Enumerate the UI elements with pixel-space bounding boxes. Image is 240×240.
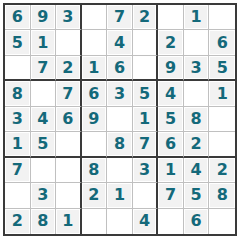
cell-r8c5[interactable]: 1 [107, 183, 133, 208]
cell-r2c5[interactable]: 4 [107, 30, 133, 55]
cell-r1c6[interactable]: 2 [133, 5, 159, 30]
given-digit: 4 [37, 111, 48, 127]
cell-r7c8[interactable]: 4 [184, 158, 210, 183]
given-digit: 9 [37, 9, 48, 25]
cell-r8c2[interactable]: 3 [31, 183, 57, 208]
cell-r9c5[interactable] [107, 209, 133, 234]
cell-r4c4[interactable]: 6 [82, 81, 108, 106]
given-digit: 3 [191, 60, 202, 76]
given-digit: 2 [88, 187, 99, 203]
given-digit: 2 [12, 213, 23, 229]
cell-r4c2[interactable] [31, 81, 57, 106]
cell-r3c1[interactable] [5, 56, 31, 81]
cell-r5c9[interactable] [209, 107, 235, 132]
given-digit: 3 [62, 9, 73, 25]
cell-r5c1[interactable]: 3 [5, 107, 31, 132]
cell-r8c9[interactable]: 8 [209, 183, 235, 208]
cell-r1c2[interactable]: 9 [31, 5, 57, 30]
cell-r5c6[interactable]: 1 [133, 107, 159, 132]
given-digit: 7 [139, 136, 150, 152]
cell-r7c1[interactable]: 7 [5, 158, 31, 183]
cell-r2c3[interactable] [56, 30, 82, 55]
given-digit: 5 [165, 111, 176, 127]
cell-r2c2[interactable]: 1 [31, 30, 57, 55]
cell-r4c7[interactable]: 4 [158, 81, 184, 106]
cell-r9c3[interactable]: 1 [56, 209, 82, 234]
cell-r7c6[interactable]: 3 [133, 158, 159, 183]
cell-r4c5[interactable]: 3 [107, 81, 133, 106]
cell-r1c7[interactable] [158, 5, 184, 30]
given-digit: 7 [12, 162, 23, 178]
cell-r5c7[interactable]: 5 [158, 107, 184, 132]
sudoku-grid: 6937215142672169358763541346915815876278… [5, 5, 235, 234]
given-digit: 8 [88, 162, 99, 178]
cell-r2c1[interactable]: 5 [5, 30, 31, 55]
cell-r9c8[interactable]: 6 [184, 209, 210, 234]
given-digit: 5 [217, 60, 228, 76]
given-digit: 1 [191, 9, 202, 25]
cell-r1c8[interactable]: 1 [184, 5, 210, 30]
given-digit: 6 [191, 213, 202, 229]
cell-r6c6[interactable]: 7 [133, 132, 159, 157]
given-digit: 9 [165, 60, 176, 76]
cell-r3c3[interactable]: 2 [56, 56, 82, 81]
given-digit: 3 [139, 162, 150, 178]
cell-r9c6[interactable]: 4 [133, 209, 159, 234]
cell-r5c5[interactable] [107, 107, 133, 132]
cell-r8c3[interactable] [56, 183, 82, 208]
given-digit: 3 [114, 86, 125, 102]
cell-r2c7[interactable]: 2 [158, 30, 184, 55]
given-digit: 6 [217, 35, 228, 51]
cell-r7c5[interactable] [107, 158, 133, 183]
given-digit: 4 [191, 162, 202, 178]
cell-r1c5[interactable]: 7 [107, 5, 133, 30]
given-digit: 2 [165, 35, 176, 51]
cell-r3c5[interactable]: 6 [107, 56, 133, 81]
given-digit: 6 [114, 60, 125, 76]
given-digit: 9 [88, 111, 99, 127]
given-digit: 1 [88, 60, 99, 76]
cell-r7c7[interactable]: 1 [158, 158, 184, 183]
given-digit: 8 [191, 111, 202, 127]
cell-r1c1[interactable]: 6 [5, 5, 31, 30]
given-digit: 1 [114, 187, 125, 203]
given-digit: 6 [88, 86, 99, 102]
cell-r1c9[interactable] [209, 5, 235, 30]
given-digit: 6 [62, 111, 73, 127]
cell-r9c2[interactable]: 8 [31, 209, 57, 234]
given-digit: 6 [165, 136, 176, 152]
cell-r6c3[interactable] [56, 132, 82, 157]
given-digit: 5 [37, 136, 48, 152]
cell-r6c8[interactable]: 2 [184, 132, 210, 157]
given-digit: 1 [165, 162, 176, 178]
given-digit: 1 [139, 111, 150, 127]
cell-r1c4[interactable] [82, 5, 108, 30]
cell-r4c8[interactable] [184, 81, 210, 106]
given-digit: 3 [12, 111, 23, 127]
cell-r3c4[interactable]: 1 [82, 56, 108, 81]
cell-r5c2[interactable]: 4 [31, 107, 57, 132]
cell-r2c4[interactable] [82, 30, 108, 55]
cell-r3c2[interactable]: 7 [31, 56, 57, 81]
cell-r6c2[interactable]: 5 [31, 132, 57, 157]
sudoku-board: 6937215142672169358763541346915815876278… [3, 3, 237, 236]
cell-r3c8[interactable]: 3 [184, 56, 210, 81]
given-digit: 2 [62, 60, 73, 76]
given-digit: 7 [114, 9, 125, 25]
given-digit: 8 [12, 86, 23, 102]
cell-r9c1[interactable]: 2 [5, 209, 31, 234]
cell-r8c4[interactable]: 2 [82, 183, 108, 208]
cell-r4c1[interactable]: 8 [5, 81, 31, 106]
cell-r5c4[interactable]: 9 [82, 107, 108, 132]
given-digit: 1 [217, 86, 228, 102]
cell-r5c3[interactable]: 6 [56, 107, 82, 132]
given-digit: 3 [37, 187, 48, 203]
given-digit: 4 [114, 35, 125, 51]
given-digit: 2 [191, 136, 202, 152]
given-digit: 7 [165, 187, 176, 203]
cell-r2c8[interactable] [184, 30, 210, 55]
given-digit: 8 [217, 187, 228, 203]
cell-r7c3[interactable] [56, 158, 82, 183]
cell-r3c9[interactable]: 5 [209, 56, 235, 81]
given-digit: 5 [191, 187, 202, 203]
cell-r3c6[interactable] [133, 56, 159, 81]
cell-r7c4[interactable]: 8 [82, 158, 108, 183]
cell-r6c1[interactable]: 1 [5, 132, 31, 157]
cell-r7c9[interactable]: 2 [209, 158, 235, 183]
cell-r4c3[interactable]: 7 [56, 81, 82, 106]
given-digit: 7 [37, 60, 48, 76]
cell-r9c4[interactable] [82, 209, 108, 234]
given-digit: 5 [139, 86, 150, 102]
given-digit: 4 [165, 86, 176, 102]
cell-r8c6[interactable] [133, 183, 159, 208]
given-digit: 8 [37, 213, 48, 229]
given-digit: 5 [12, 35, 23, 51]
cell-r5c8[interactable]: 8 [184, 107, 210, 132]
given-digit: 6 [12, 9, 23, 25]
cell-r8c1[interactable] [5, 183, 31, 208]
cell-r2c9[interactable]: 6 [209, 30, 235, 55]
given-digit: 1 [37, 35, 48, 51]
given-digit: 2 [139, 9, 150, 25]
cell-r6c4[interactable] [82, 132, 108, 157]
cell-r1c3[interactable]: 3 [56, 5, 82, 30]
cell-r7c2[interactable] [31, 158, 57, 183]
given-digit: 1 [12, 136, 23, 152]
cell-r8c8[interactable]: 5 [184, 183, 210, 208]
cell-r6c7[interactable]: 6 [158, 132, 184, 157]
given-digit: 8 [114, 136, 125, 152]
cell-r4c9[interactable]: 1 [209, 81, 235, 106]
cell-r3c7[interactable]: 9 [158, 56, 184, 81]
cell-r6c9[interactable] [209, 132, 235, 157]
cell-r6c5[interactable]: 8 [107, 132, 133, 157]
cell-r8c7[interactable]: 7 [158, 183, 184, 208]
cell-r2c6[interactable] [133, 30, 159, 55]
given-digit: 2 [217, 162, 228, 178]
given-digit: 1 [62, 213, 73, 229]
given-digit: 7 [62, 86, 73, 102]
given-digit: 4 [139, 213, 150, 229]
cell-r9c9[interactable] [209, 209, 235, 234]
cell-r9c7[interactable] [158, 209, 184, 234]
cell-r4c6[interactable]: 5 [133, 81, 159, 106]
